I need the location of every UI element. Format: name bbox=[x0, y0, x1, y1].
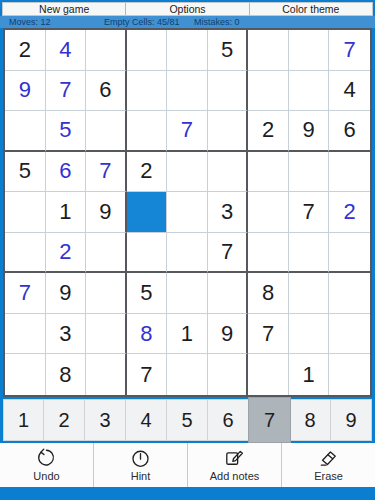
sudoku-cell-r4c9[interactable] bbox=[329, 152, 370, 193]
sudoku-cell-r5c2[interactable]: 1 bbox=[46, 192, 87, 233]
sudoku-cell-r5c6[interactable]: 3 bbox=[208, 192, 249, 233]
hint-button[interactable]: Hint bbox=[93, 443, 187, 487]
undo-icon bbox=[36, 448, 57, 469]
sudoku-cell-r6c2[interactable]: 2 bbox=[46, 233, 87, 274]
numpad-button-7[interactable]: 7 bbox=[248, 397, 291, 443]
sudoku-cell-r3c6[interactable] bbox=[208, 111, 249, 152]
erase-label: Erase bbox=[314, 470, 343, 482]
sudoku-cell-r6c9[interactable] bbox=[329, 233, 370, 274]
add-notes-icon bbox=[224, 448, 245, 469]
board-frame: 245797645729656721937227795838197871 bbox=[0, 28, 375, 397]
sudoku-cell-r9c6[interactable] bbox=[208, 354, 249, 395]
sudoku-cell-r1c8[interactable] bbox=[289, 30, 330, 71]
sudoku-cell-r4c5[interactable] bbox=[167, 152, 208, 193]
sudoku-cell-r2c1[interactable]: 9 bbox=[5, 71, 46, 112]
sudoku-cell-r6c6[interactable]: 7 bbox=[208, 233, 249, 274]
sudoku-cell-r5c8[interactable]: 7 bbox=[289, 192, 330, 233]
sudoku-cell-r4c3[interactable]: 7 bbox=[86, 152, 127, 193]
sudoku-cell-r7c4[interactable]: 5 bbox=[127, 273, 168, 314]
sudoku-cell-r1c9[interactable]: 7 bbox=[329, 30, 370, 71]
sudoku-cell-r9c8[interactable]: 1 bbox=[289, 354, 330, 395]
sudoku-cell-r2c6[interactable] bbox=[208, 71, 249, 112]
sudoku-cell-r6c4[interactable] bbox=[127, 233, 168, 274]
sudoku-cell-r7c7[interactable]: 8 bbox=[248, 273, 289, 314]
sudoku-cell-r9c5[interactable] bbox=[167, 354, 208, 395]
sudoku-cell-r1c3[interactable] bbox=[86, 30, 127, 71]
sudoku-cell-r8c6[interactable]: 9 bbox=[208, 314, 249, 355]
sudoku-cell-r7c2[interactable]: 9 bbox=[46, 273, 87, 314]
sudoku-cell-r7c9[interactable] bbox=[329, 273, 370, 314]
sudoku-cell-r6c5[interactable] bbox=[167, 233, 208, 274]
sudoku-cell-r7c6[interactable] bbox=[208, 273, 249, 314]
add-notes-button[interactable]: Add notes bbox=[187, 443, 281, 487]
numpad-button-6[interactable]: 6 bbox=[208, 399, 249, 441]
sudoku-cell-r1c7[interactable] bbox=[248, 30, 289, 71]
sudoku-cell-r4c7[interactable] bbox=[248, 152, 289, 193]
sudoku-board: 245797645729656721937227795838197871 bbox=[3, 28, 372, 397]
sudoku-cell-r1c4[interactable] bbox=[127, 30, 168, 71]
sudoku-cell-r3c1[interactable] bbox=[5, 111, 46, 152]
sudoku-cell-r6c1[interactable] bbox=[5, 233, 46, 274]
sudoku-cell-r2c9[interactable]: 4 bbox=[329, 71, 370, 112]
undo-button[interactable]: Undo bbox=[0, 443, 93, 487]
hint-icon bbox=[130, 448, 151, 469]
sudoku-cell-r8c5[interactable]: 1 bbox=[167, 314, 208, 355]
sudoku-cell-r8c9[interactable] bbox=[329, 314, 370, 355]
sudoku-cell-r1c5[interactable] bbox=[167, 30, 208, 71]
sudoku-cell-r3c8[interactable]: 9 bbox=[289, 111, 330, 152]
sudoku-cell-r6c7[interactable] bbox=[248, 233, 289, 274]
sudoku-cell-r5c1[interactable] bbox=[5, 192, 46, 233]
hint-label: Hint bbox=[131, 470, 151, 482]
numpad-button-1[interactable]: 1 bbox=[3, 399, 44, 441]
sudoku-cell-r7c8[interactable] bbox=[289, 273, 330, 314]
sudoku-cell-r9c4[interactable]: 7 bbox=[127, 354, 168, 395]
sudoku-cell-r1c1[interactable]: 2 bbox=[5, 30, 46, 71]
sudoku-cell-r4c6[interactable] bbox=[208, 152, 249, 193]
sudoku-cell-r3c7[interactable]: 2 bbox=[248, 111, 289, 152]
top-button-bar: New game Options Color theme bbox=[2, 2, 373, 16]
sudoku-cell-r4c1[interactable]: 5 bbox=[5, 152, 46, 193]
sudoku-cell-r8c7[interactable]: 7 bbox=[248, 314, 289, 355]
numpad-button-2[interactable]: 2 bbox=[44, 399, 85, 441]
new-game-button[interactable]: New game bbox=[3, 3, 125, 15]
sudoku-cell-r2c8[interactable] bbox=[289, 71, 330, 112]
numpad-button-5[interactable]: 5 bbox=[167, 399, 208, 441]
sudoku-cell-r9c9[interactable] bbox=[329, 354, 370, 395]
sudoku-cell-r4c4[interactable]: 2 bbox=[127, 152, 168, 193]
sudoku-cell-r6c8[interactable] bbox=[289, 233, 330, 274]
erase-button[interactable]: Erase bbox=[281, 443, 375, 487]
sudoku-cell-r2c5[interactable] bbox=[167, 71, 208, 112]
sudoku-cell-r9c7[interactable] bbox=[248, 354, 289, 395]
sudoku-cell-r5c5[interactable] bbox=[167, 192, 208, 233]
sudoku-cell-r1c6[interactable]: 5 bbox=[208, 30, 249, 71]
sudoku-cell-r3c4[interactable] bbox=[127, 111, 168, 152]
add-notes-label: Add notes bbox=[210, 470, 260, 482]
sudoku-cell-r7c1[interactable]: 7 bbox=[5, 273, 46, 314]
sudoku-cell-r8c1[interactable] bbox=[5, 314, 46, 355]
toolbar: Undo Hint Add notes bbox=[0, 443, 375, 487]
numpad-button-8[interactable]: 8 bbox=[290, 399, 331, 441]
sudoku-cell-r8c2[interactable]: 3 bbox=[46, 314, 87, 355]
sudoku-cell-r5c3[interactable]: 9 bbox=[86, 192, 127, 233]
sudoku-cell-r9c3[interactable] bbox=[86, 354, 127, 395]
sudoku-cell-r5c9[interactable]: 2 bbox=[329, 192, 370, 233]
sudoku-cell-r9c2[interactable]: 8 bbox=[46, 354, 87, 395]
sudoku-cell-r8c3[interactable] bbox=[86, 314, 127, 355]
color-theme-button[interactable]: Color theme bbox=[249, 3, 372, 15]
sudoku-cell-r4c2[interactable]: 6 bbox=[46, 152, 87, 193]
sudoku-cell-r8c8[interactable] bbox=[289, 314, 330, 355]
sudoku-cell-r2c2[interactable]: 7 bbox=[46, 71, 87, 112]
numpad-button-9[interactable]: 9 bbox=[331, 399, 372, 441]
sudoku-cell-r1c2[interactable]: 4 bbox=[46, 30, 87, 71]
sudoku-cell-r2c4[interactable] bbox=[127, 71, 168, 112]
empty-cells-counter: Empty Cells: 45/81 bbox=[104, 17, 180, 27]
numpad-button-4[interactable]: 4 bbox=[126, 399, 167, 441]
sudoku-cell-r4c8[interactable] bbox=[289, 152, 330, 193]
sudoku-cell-r3c9[interactable]: 6 bbox=[329, 111, 370, 152]
erase-icon bbox=[318, 448, 339, 469]
number-pad: 123456789 bbox=[3, 399, 372, 441]
sudoku-cell-r6c3[interactable] bbox=[86, 233, 127, 274]
sudoku-cell-r5c4[interactable] bbox=[127, 192, 168, 233]
status-bar: Moves: 12 Empty Cells: 45/81 Mistakes: 0 bbox=[0, 16, 375, 28]
sudoku-app: New game Options Color theme Moves: 12 E… bbox=[0, 0, 375, 500]
mistakes-counter: Mistakes: 0 bbox=[194, 17, 240, 27]
sudoku-cell-r2c7[interactable] bbox=[248, 71, 289, 112]
sudoku-cell-r3c5[interactable]: 7 bbox=[167, 111, 208, 152]
sudoku-cell-r5c7[interactable] bbox=[248, 192, 289, 233]
options-button[interactable]: Options bbox=[125, 3, 248, 15]
sudoku-cell-r7c3[interactable] bbox=[86, 273, 127, 314]
numpad-button-3[interactable]: 3 bbox=[85, 399, 126, 441]
undo-label: Undo bbox=[33, 470, 59, 482]
sudoku-cell-r3c3[interactable] bbox=[86, 111, 127, 152]
sudoku-cell-r3c2[interactable]: 5 bbox=[46, 111, 87, 152]
sudoku-cell-r8c4[interactable]: 8 bbox=[127, 314, 168, 355]
sudoku-cell-r9c1[interactable] bbox=[5, 354, 46, 395]
sudoku-cell-r2c3[interactable]: 6 bbox=[86, 71, 127, 112]
moves-counter: Moves: 12 bbox=[9, 17, 51, 27]
sudoku-cell-r7c5[interactable] bbox=[167, 273, 208, 314]
